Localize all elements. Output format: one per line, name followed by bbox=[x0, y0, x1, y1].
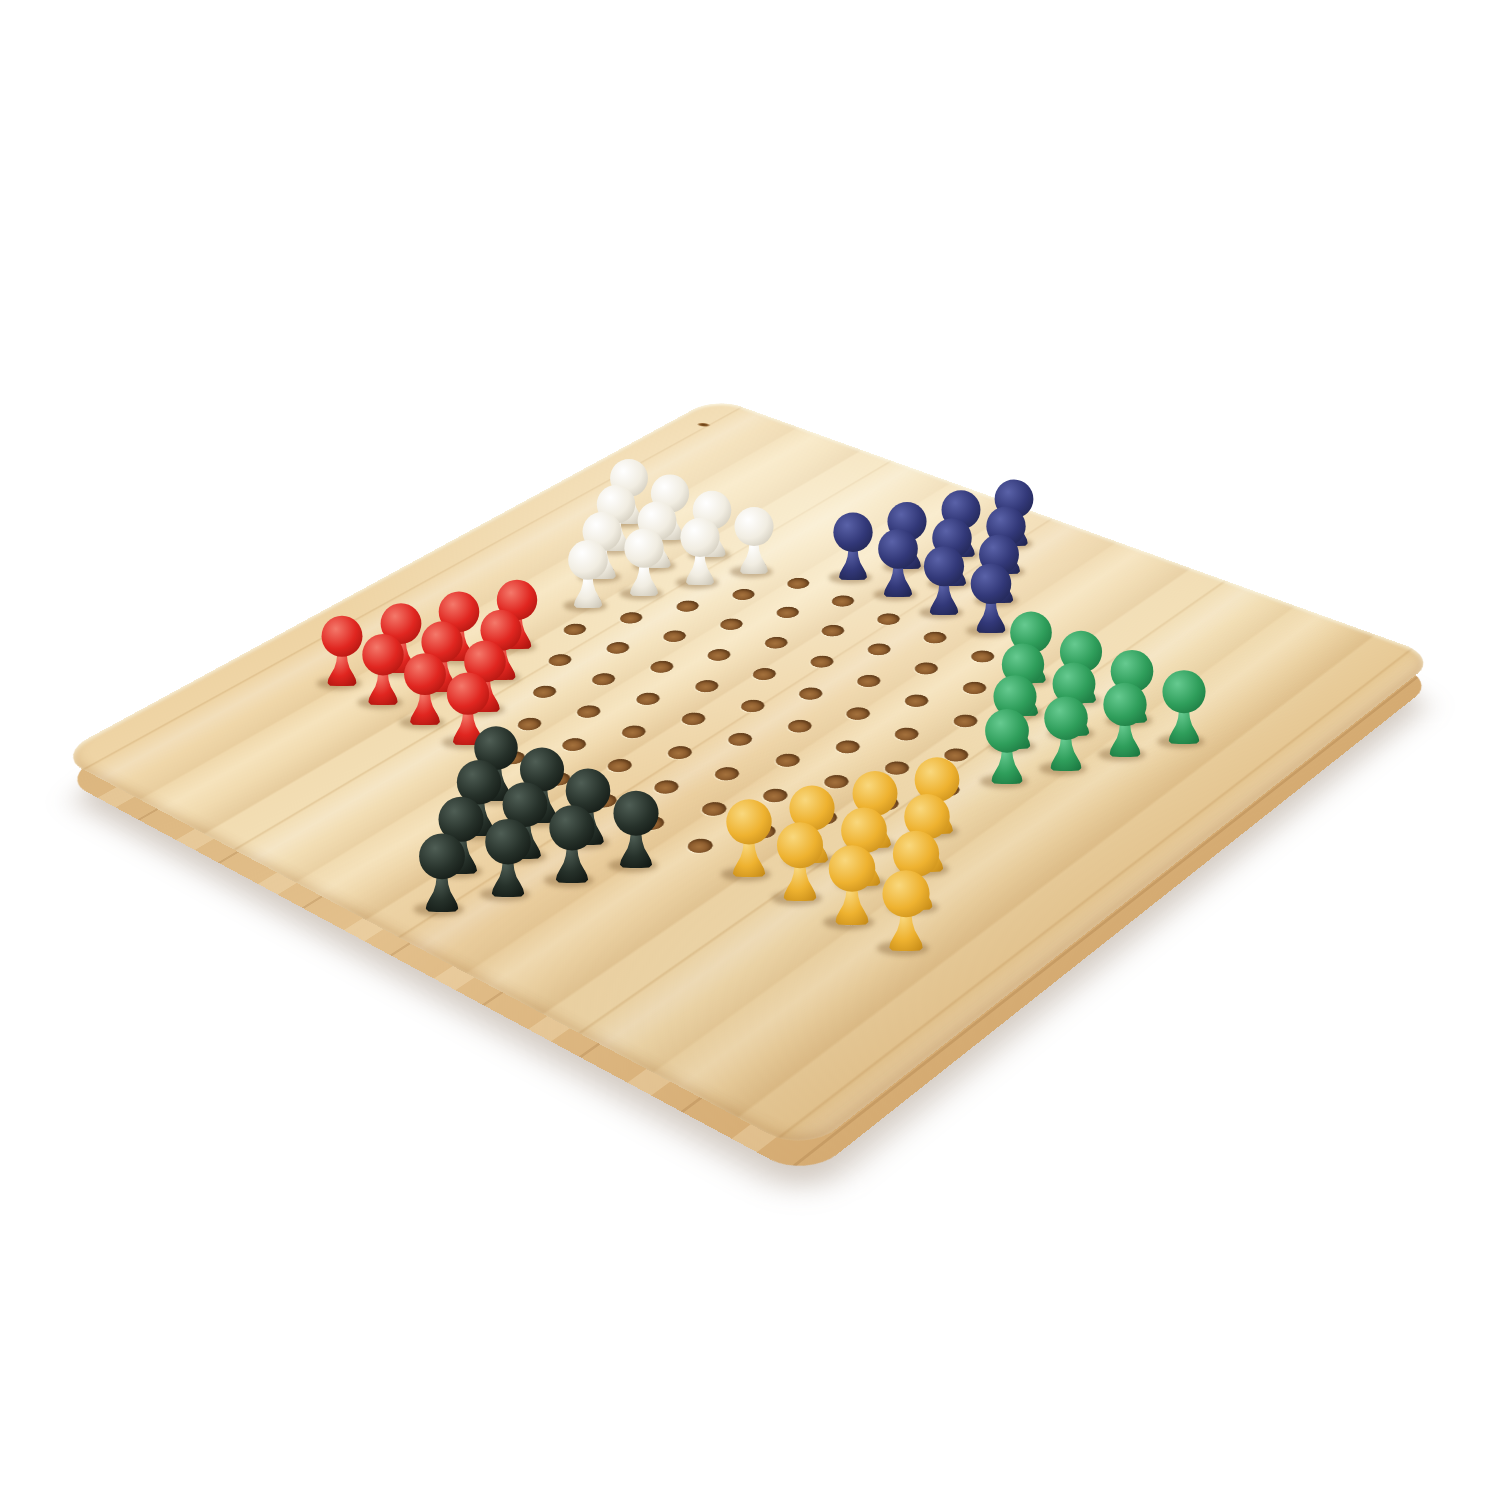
peg-head bbox=[1162, 670, 1205, 713]
peg-head bbox=[970, 564, 1011, 605]
peg-head bbox=[829, 846, 876, 893]
peg-head bbox=[625, 529, 664, 568]
peg-black[interactable] bbox=[611, 791, 663, 868]
peg-black[interactable] bbox=[482, 819, 534, 897]
peg-head bbox=[485, 819, 531, 865]
peg-red[interactable] bbox=[318, 615, 365, 685]
peg-head bbox=[777, 822, 823, 868]
peg-head bbox=[550, 805, 595, 850]
peg-black[interactable] bbox=[546, 805, 598, 883]
peg-green[interactable] bbox=[982, 709, 1032, 784]
peg-green[interactable] bbox=[1041, 696, 1091, 771]
peg-head bbox=[614, 791, 659, 836]
peg-white[interactable] bbox=[677, 518, 722, 585]
peg-yellow[interactable] bbox=[774, 822, 827, 901]
peg-white[interactable] bbox=[732, 507, 777, 574]
peg-head bbox=[878, 529, 918, 569]
peg-head bbox=[735, 507, 774, 546]
peg-yellow[interactable] bbox=[826, 846, 879, 926]
peg-green[interactable] bbox=[1159, 670, 1208, 744]
peg-head bbox=[727, 799, 772, 844]
peg-head bbox=[321, 615, 362, 656]
peg-head bbox=[1045, 696, 1089, 740]
peg-yellow[interactable] bbox=[879, 870, 933, 951]
peg-blue[interactable] bbox=[921, 546, 967, 615]
peg-head bbox=[569, 540, 609, 580]
peg-head bbox=[1104, 683, 1147, 726]
peg-head bbox=[419, 834, 465, 880]
peg-head bbox=[985, 709, 1029, 753]
peg-white[interactable] bbox=[566, 540, 611, 608]
peg-white[interactable] bbox=[622, 529, 667, 597]
peg-head bbox=[680, 518, 719, 557]
peg-black[interactable] bbox=[416, 834, 468, 913]
peg-blue[interactable] bbox=[830, 512, 875, 579]
peg-head bbox=[882, 870, 929, 917]
peg-head bbox=[833, 512, 872, 551]
peg-head bbox=[447, 672, 489, 714]
peg-red[interactable] bbox=[401, 653, 449, 725]
peg-head bbox=[924, 546, 964, 586]
peg-red[interactable] bbox=[359, 634, 406, 705]
peg-head bbox=[362, 634, 403, 675]
peg-head bbox=[404, 653, 446, 695]
peg-blue[interactable] bbox=[875, 529, 920, 597]
peg-layer bbox=[0, 0, 1500, 1500]
peg-yellow[interactable] bbox=[723, 799, 775, 877]
scene bbox=[0, 0, 1500, 1500]
peg-green[interactable] bbox=[1101, 683, 1150, 757]
